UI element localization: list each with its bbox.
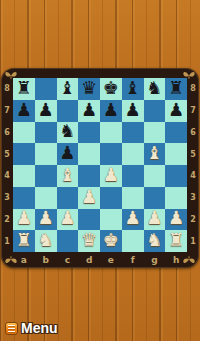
menu-button[interactable]: Menu [5,319,58,337]
file-label-b: b [35,253,57,266]
rank-label-1: 1 [2,230,12,252]
square-b1[interactable]: ♞ [35,230,57,252]
square-e1[interactable]: ♚ [100,230,122,252]
square-h5[interactable] [165,143,187,165]
file-label-e: e [100,253,122,266]
square-h4[interactable] [165,165,187,187]
square-f2[interactable]: ♟ [122,209,144,231]
square-e7[interactable]: ♟ [100,100,122,122]
square-c5[interactable]: ♟ [57,143,79,165]
square-f1[interactable] [122,230,144,252]
square-e3[interactable] [100,187,122,209]
square-h6[interactable] [165,122,187,144]
square-b3[interactable] [35,187,57,209]
square-e8[interactable]: ♚ [100,78,122,100]
piece-white-knight-b1[interactable]: ♞ [38,231,54,249]
piece-black-bishop-c8[interactable]: ♝ [59,79,75,97]
square-b8[interactable] [35,78,57,100]
square-e6[interactable] [100,122,122,144]
piece-black-pawn-f7[interactable]: ♟ [125,101,141,119]
square-a1[interactable]: ♜ [13,230,35,252]
file-label-c: c [57,253,79,266]
square-e5[interactable] [100,143,122,165]
rank-label-7: 7 [188,100,198,122]
square-g3[interactable] [144,187,166,209]
square-f4[interactable] [122,165,144,187]
square-g7[interactable] [144,100,166,122]
square-g5[interactable]: ♝ [144,143,166,165]
square-g6[interactable] [144,122,166,144]
rank-label-5: 5 [2,143,12,165]
rank-label-7: 7 [2,100,12,122]
square-g2[interactable]: ♟ [144,209,166,231]
piece-white-king-e1[interactable]: ♚ [103,231,119,249]
piece-white-pawn-c2[interactable]: ♟ [59,209,75,227]
piece-white-pawn-e4[interactable]: ♟ [103,166,119,184]
square-f8[interactable]: ♝ [122,78,144,100]
file-label-h: h [165,253,187,266]
piece-black-knight-g8[interactable]: ♞ [146,79,162,97]
square-c2[interactable]: ♟ [57,209,79,231]
rank-label-2: 2 [188,209,198,231]
piece-black-pawn-d7[interactable]: ♟ [81,101,97,119]
square-h8[interactable]: ♜ [165,78,187,100]
piece-white-queen-d1[interactable]: ♛ [81,231,97,249]
rank-label-4: 4 [188,165,198,187]
piece-white-pawn-g2[interactable]: ♟ [146,209,162,227]
square-c8[interactable]: ♝ [57,78,79,100]
piece-white-pawn-b2[interactable]: ♟ [38,209,54,227]
square-a8[interactable]: ♜ [13,78,35,100]
piece-black-pawn-e7[interactable]: ♟ [103,101,119,119]
board: ♜♝♛♚♝♞♜♟♟♟♟♟♟♞♟♝♝♟♟♟♟♟♟♟♟♜♞♛♚♞♜ [13,78,187,252]
rank-label-4: 4 [2,165,12,187]
rank-label-8: 8 [2,78,12,100]
square-d1[interactable]: ♛ [78,230,100,252]
rank-label-8: 8 [188,78,198,100]
piece-black-pawn-b7[interactable]: ♟ [38,101,54,119]
file-labels: abcdefgh [13,253,187,266]
square-c6[interactable]: ♞ [57,122,79,144]
square-b7[interactable]: ♟ [35,100,57,122]
square-a2[interactable]: ♟ [13,209,35,231]
app-screen: 87654321 87654321 ♜♝♛♚♝♞♜♟♟♟♟♟♟♞♟♝♝♟♟♟♟♟… [0,0,200,341]
piece-white-bishop-g5[interactable]: ♝ [146,144,162,162]
chess-board-frame: 87654321 87654321 ♜♝♛♚♝♞♜♟♟♟♟♟♟♞♟♝♝♟♟♟♟♟… [1,68,199,268]
square-d6[interactable] [78,122,100,144]
square-g1[interactable]: ♞ [144,230,166,252]
file-label-d: d [78,253,100,266]
square-b6[interactable] [35,122,57,144]
square-f7[interactable]: ♟ [122,100,144,122]
rank-label-6: 6 [2,122,12,144]
piece-white-knight-g1[interactable]: ♞ [146,231,162,249]
piece-white-rook-h1[interactable]: ♜ [168,231,184,249]
square-a4[interactable] [13,165,35,187]
square-c1[interactable] [57,230,79,252]
piece-black-queen-d8[interactable]: ♛ [81,79,97,97]
file-label-a: a [13,253,35,266]
square-a7[interactable]: ♟ [13,100,35,122]
piece-black-king-e8[interactable]: ♚ [103,79,119,97]
square-a5[interactable] [13,143,35,165]
rank-label-1: 1 [188,230,198,252]
square-b5[interactable] [35,143,57,165]
square-h1[interactable]: ♜ [165,230,187,252]
file-label-f: f [122,253,144,266]
file-label-g: g [144,253,166,266]
piece-white-pawn-f2[interactable]: ♟ [125,209,141,227]
square-d7[interactable]: ♟ [78,100,100,122]
square-g4[interactable] [144,165,166,187]
square-d4[interactable] [78,165,100,187]
square-h2[interactable]: ♟ [165,209,187,231]
piece-white-pawn-h2[interactable]: ♟ [168,209,184,227]
square-a6[interactable] [13,122,35,144]
piece-black-pawn-c5[interactable]: ♟ [59,144,75,162]
square-e2[interactable] [100,209,122,231]
piece-black-knight-c6[interactable]: ♞ [59,122,75,140]
square-a3[interactable] [13,187,35,209]
square-f3[interactable] [122,187,144,209]
rank-label-5: 5 [188,143,198,165]
menu-button-label: Menu [21,320,58,336]
square-c4[interactable]: ♝ [57,165,79,187]
square-d5[interactable] [78,143,100,165]
piece-black-rook-h8[interactable]: ♜ [168,79,184,97]
square-g8[interactable]: ♞ [144,78,166,100]
rank-label-6: 6 [188,122,198,144]
square-e4[interactable]: ♟ [100,165,122,187]
square-h3[interactable] [165,187,187,209]
piece-black-bishop-f8[interactable]: ♝ [125,79,141,97]
piece-white-pawn-d3[interactable]: ♟ [81,188,97,206]
rank-label-3: 3 [188,187,198,209]
square-d8[interactable]: ♛ [78,78,100,100]
rank-labels-right: 87654321 [188,78,198,252]
square-d2[interactable] [78,209,100,231]
square-f6[interactable] [122,122,144,144]
rank-label-3: 3 [2,187,12,209]
square-b4[interactable] [35,165,57,187]
square-c3[interactable] [57,187,79,209]
piece-black-pawn-h7[interactable]: ♟ [168,101,184,119]
square-d3[interactable]: ♟ [78,187,100,209]
piece-white-rook-a1[interactable]: ♜ [16,231,32,249]
hamburger-menu-icon [5,322,18,335]
square-b2[interactable]: ♟ [35,209,57,231]
square-c7[interactable] [57,100,79,122]
piece-black-pawn-a7[interactable]: ♟ [16,101,32,119]
square-h7[interactable]: ♟ [165,100,187,122]
rank-labels-left: 87654321 [2,78,12,252]
piece-black-rook-a8[interactable]: ♜ [16,79,32,97]
piece-white-pawn-a2[interactable]: ♟ [16,209,32,227]
piece-white-bishop-c4[interactable]: ♝ [59,166,75,184]
rank-label-2: 2 [2,209,12,231]
square-f5[interactable] [122,143,144,165]
